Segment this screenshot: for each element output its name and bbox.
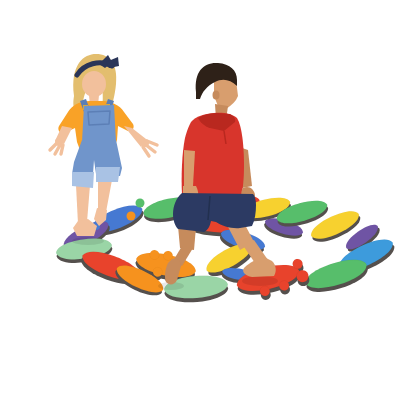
path-segment: [302, 254, 371, 298]
shadow: [242, 276, 278, 286]
girl-front-foot: [73, 219, 97, 236]
shadow: [72, 237, 104, 245]
girl-cuff: [72, 172, 94, 188]
boy-ear: [213, 91, 220, 100]
product-photo: [0, 0, 400, 400]
connector-tab: [127, 212, 136, 221]
balance-path-scene: [0, 0, 400, 400]
girl-face: [82, 71, 106, 97]
girl-left-hand: [50, 138, 63, 154]
girl-front-leg: [76, 185, 90, 224]
connector-tab: [136, 199, 145, 208]
girl-right-hand: [141, 139, 157, 156]
girl-back-leg: [98, 180, 112, 212]
girl-cuff: [96, 167, 120, 182]
girl-overall-bib: [82, 105, 116, 142]
boy-figure: [165, 63, 276, 285]
